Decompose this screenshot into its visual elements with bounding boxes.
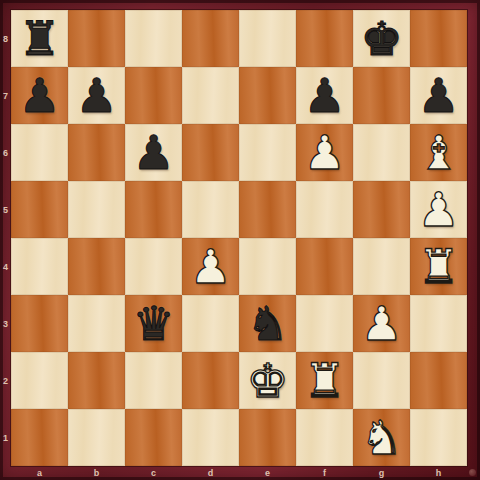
piece-white-rook[interactable]: ♜ <box>303 357 345 404</box>
file-label-g: g <box>353 466 410 480</box>
square-e1[interactable] <box>239 409 296 466</box>
square-b2[interactable] <box>68 352 125 409</box>
square-f3[interactable] <box>296 295 353 352</box>
border-corner-mark <box>469 469 476 476</box>
square-h4[interactable]: ♜ <box>410 238 467 295</box>
piece-black-pawn[interactable]: ♟ <box>18 72 60 119</box>
piece-white-king[interactable]: ♚ <box>246 357 288 404</box>
file-label-b: b <box>68 466 125 480</box>
square-b5[interactable] <box>68 181 125 238</box>
square-h7[interactable]: ♟ <box>410 67 467 124</box>
square-c2[interactable] <box>125 352 182 409</box>
piece-black-knight[interactable]: ♞ <box>246 300 288 347</box>
rank-label-5: 5 <box>0 181 11 238</box>
square-a7[interactable]: ♟ <box>11 67 68 124</box>
piece-black-pawn[interactable]: ♟ <box>132 129 174 176</box>
file-label-a: a <box>11 466 68 480</box>
piece-white-pawn[interactable]: ♟ <box>189 243 231 290</box>
square-b7[interactable]: ♟ <box>68 67 125 124</box>
file-labels: abcdefgh <box>11 466 467 480</box>
piece-white-rook[interactable]: ♜ <box>417 243 459 290</box>
chess-board: ♜♚♟♟♟♟♟♟♝♟♟♜♛♞♟♚♜♞ <box>11 10 467 466</box>
piece-black-king[interactable]: ♚ <box>360 15 402 62</box>
rank-label-2: 2 <box>0 352 11 409</box>
square-c4[interactable] <box>125 238 182 295</box>
square-h1[interactable] <box>410 409 467 466</box>
square-g2[interactable] <box>353 352 410 409</box>
square-c3[interactable]: ♛ <box>125 295 182 352</box>
square-d6[interactable] <box>182 124 239 181</box>
square-b3[interactable] <box>68 295 125 352</box>
square-d2[interactable] <box>182 352 239 409</box>
square-d7[interactable] <box>182 67 239 124</box>
square-e2[interactable]: ♚ <box>239 352 296 409</box>
square-g3[interactable]: ♟ <box>353 295 410 352</box>
square-e8[interactable] <box>239 10 296 67</box>
square-f8[interactable] <box>296 10 353 67</box>
square-d5[interactable] <box>182 181 239 238</box>
square-e6[interactable] <box>239 124 296 181</box>
square-h5[interactable]: ♟ <box>410 181 467 238</box>
square-b6[interactable] <box>68 124 125 181</box>
rank-label-3: 3 <box>0 295 11 352</box>
chess-app: ♜♚♟♟♟♟♟♟♝♟♟♜♛♞♟♚♜♞ 87654321 abcdefgh <box>0 0 480 480</box>
square-e3[interactable]: ♞ <box>239 295 296 352</box>
square-d1[interactable] <box>182 409 239 466</box>
square-c5[interactable] <box>125 181 182 238</box>
square-b4[interactable] <box>68 238 125 295</box>
square-c7[interactable] <box>125 67 182 124</box>
piece-black-pawn[interactable]: ♟ <box>417 72 459 119</box>
square-a4[interactable] <box>11 238 68 295</box>
piece-black-pawn[interactable]: ♟ <box>303 72 345 119</box>
piece-white-pawn[interactable]: ♟ <box>417 186 459 233</box>
square-a6[interactable] <box>11 124 68 181</box>
square-g4[interactable] <box>353 238 410 295</box>
piece-black-rook[interactable]: ♜ <box>18 15 60 62</box>
square-f4[interactable] <box>296 238 353 295</box>
square-f6[interactable]: ♟ <box>296 124 353 181</box>
file-label-h: h <box>410 466 467 480</box>
piece-white-pawn[interactable]: ♟ <box>360 300 402 347</box>
file-label-f: f <box>296 466 353 480</box>
rank-labels: 87654321 <box>0 10 11 466</box>
square-e5[interactable] <box>239 181 296 238</box>
square-a2[interactable] <box>11 352 68 409</box>
square-d3[interactable] <box>182 295 239 352</box>
square-h2[interactable] <box>410 352 467 409</box>
square-b1[interactable] <box>68 409 125 466</box>
piece-white-pawn[interactable]: ♟ <box>303 129 345 176</box>
square-g8[interactable]: ♚ <box>353 10 410 67</box>
square-f7[interactable]: ♟ <box>296 67 353 124</box>
square-b8[interactable] <box>68 10 125 67</box>
piece-black-queen[interactable]: ♛ <box>132 300 174 347</box>
square-f5[interactable] <box>296 181 353 238</box>
square-c1[interactable] <box>125 409 182 466</box>
rank-label-8: 8 <box>0 10 11 67</box>
square-f2[interactable]: ♜ <box>296 352 353 409</box>
piece-white-bishop[interactable]: ♝ <box>417 129 459 176</box>
square-e7[interactable] <box>239 67 296 124</box>
square-c6[interactable]: ♟ <box>125 124 182 181</box>
file-label-d: d <box>182 466 239 480</box>
square-g1[interactable]: ♞ <box>353 409 410 466</box>
square-h3[interactable] <box>410 295 467 352</box>
rank-label-4: 4 <box>0 238 11 295</box>
rank-label-1: 1 <box>0 409 11 466</box>
square-a1[interactable] <box>11 409 68 466</box>
square-g5[interactable] <box>353 181 410 238</box>
square-a8[interactable]: ♜ <box>11 10 68 67</box>
square-d8[interactable] <box>182 10 239 67</box>
piece-black-pawn[interactable]: ♟ <box>75 72 117 119</box>
rank-label-6: 6 <box>0 124 11 181</box>
file-label-e: e <box>239 466 296 480</box>
square-g7[interactable] <box>353 67 410 124</box>
square-h8[interactable] <box>410 10 467 67</box>
rank-label-7: 7 <box>0 67 11 124</box>
file-label-c: c <box>125 466 182 480</box>
square-d4[interactable]: ♟ <box>182 238 239 295</box>
piece-white-knight[interactable]: ♞ <box>360 414 402 461</box>
square-a3[interactable] <box>11 295 68 352</box>
square-a5[interactable] <box>11 181 68 238</box>
square-c8[interactable] <box>125 10 182 67</box>
square-e4[interactable] <box>239 238 296 295</box>
square-f1[interactable] <box>296 409 353 466</box>
square-h6[interactable]: ♝ <box>410 124 467 181</box>
square-g6[interactable] <box>353 124 410 181</box>
